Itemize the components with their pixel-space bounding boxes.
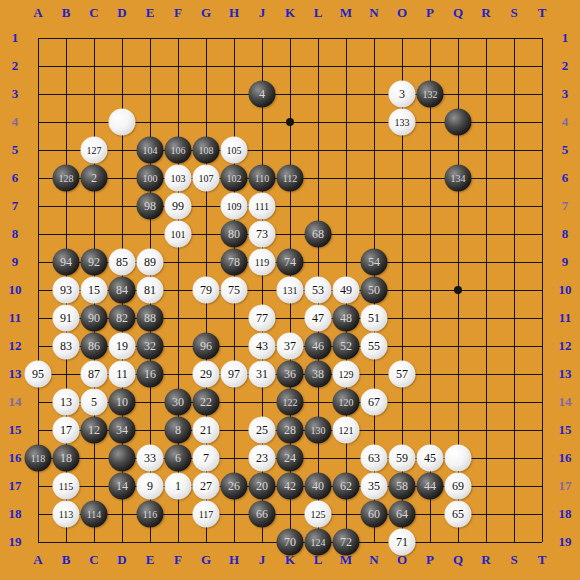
stone-F8: 101 bbox=[165, 221, 192, 248]
stone-F5: 106 bbox=[165, 137, 192, 164]
stone-Q17: 69 bbox=[445, 473, 472, 500]
row-label-right-1[interactable]: 1 bbox=[552, 30, 578, 46]
stone-H6: 102 bbox=[221, 165, 248, 192]
stone-O3: 3 bbox=[389, 81, 416, 108]
row-label-left-5[interactable]: 5 bbox=[2, 142, 28, 158]
stone-J12: 43 bbox=[249, 333, 276, 360]
stone-B17: 115 bbox=[53, 473, 80, 500]
stone-N9: 54 bbox=[361, 249, 388, 276]
stone-G15: 21 bbox=[193, 417, 220, 444]
stone-L15: 130 bbox=[305, 417, 332, 444]
stone-O16: 59 bbox=[389, 445, 416, 472]
stone-Q6: 134 bbox=[445, 165, 472, 192]
stone-E10: 81 bbox=[137, 277, 164, 304]
row-label-right-13[interactable]: 13 bbox=[552, 366, 578, 382]
stone-G13: 29 bbox=[193, 361, 220, 388]
row-label-right-19[interactable]: 19 bbox=[552, 534, 578, 550]
stone-G14: 22 bbox=[193, 389, 220, 416]
stone-J3: 4 bbox=[249, 81, 276, 108]
stone-A13: 95 bbox=[25, 361, 52, 388]
stone-L13: 38 bbox=[305, 361, 332, 388]
stone-L8: 68 bbox=[305, 221, 332, 248]
stone-O18: 64 bbox=[389, 501, 416, 528]
stone-C18: 114 bbox=[81, 501, 108, 528]
stone-G18: 117 bbox=[193, 501, 220, 528]
row-label-right-11[interactable]: 11 bbox=[552, 310, 578, 326]
row-label-right-12[interactable]: 12 bbox=[552, 338, 578, 354]
stone-H7: 109 bbox=[221, 193, 248, 220]
row-label-left-4[interactable]: 4 bbox=[2, 114, 28, 130]
stone-D11: 82 bbox=[109, 305, 136, 332]
stone-K16: 24 bbox=[277, 445, 304, 472]
row-label-right-2[interactable]: 2 bbox=[552, 58, 578, 74]
stone-N12: 55 bbox=[361, 333, 388, 360]
stone-L10: 53 bbox=[305, 277, 332, 304]
stone-J13: 31 bbox=[249, 361, 276, 388]
row-label-right-6[interactable]: 6 bbox=[552, 170, 578, 186]
stone-J8: 73 bbox=[249, 221, 276, 248]
column-label-bottom-N[interactable]: N bbox=[361, 552, 387, 568]
row-label-right-18[interactable]: 18 bbox=[552, 506, 578, 522]
row-label-left-9[interactable]: 9 bbox=[2, 254, 28, 270]
stone-B12: 83 bbox=[53, 333, 80, 360]
stone-N10: 50 bbox=[361, 277, 388, 304]
stone-F15: 8 bbox=[165, 417, 192, 444]
stone-J17: 20 bbox=[249, 473, 276, 500]
row-label-right-15[interactable]: 15 bbox=[552, 422, 578, 438]
stone-L11: 47 bbox=[305, 305, 332, 332]
column-label-top-S[interactable]: S bbox=[501, 5, 527, 21]
star-point-Q10 bbox=[454, 286, 462, 294]
column-label-top-M[interactable]: M bbox=[333, 5, 359, 21]
stone-E17: 9 bbox=[137, 473, 164, 500]
stone-J11: 77 bbox=[249, 305, 276, 332]
column-label-top-G[interactable]: G bbox=[193, 5, 219, 21]
stone-O13: 57 bbox=[389, 361, 416, 388]
column-label-bottom-D[interactable]: D bbox=[109, 552, 135, 568]
column-label-bottom-E[interactable]: E bbox=[137, 552, 163, 568]
stone-B16: 18 bbox=[53, 445, 80, 472]
stone-H17: 26 bbox=[221, 473, 248, 500]
row-label-right-5[interactable]: 5 bbox=[552, 142, 578, 158]
row-label-left-18[interactable]: 18 bbox=[2, 506, 28, 522]
stone-C13: 87 bbox=[81, 361, 108, 388]
stone-N16: 63 bbox=[361, 445, 388, 472]
row-label-right-4[interactable]: 4 bbox=[552, 114, 578, 130]
stone-B10: 93 bbox=[53, 277, 80, 304]
stone-H5: 105 bbox=[221, 137, 248, 164]
stone-P3: 132 bbox=[417, 81, 444, 108]
stone-F7: 99 bbox=[165, 193, 192, 220]
stone-B15: 17 bbox=[53, 417, 80, 444]
column-label-top-Q[interactable]: Q bbox=[445, 5, 471, 21]
row-label-left-14[interactable]: 14 bbox=[2, 394, 28, 410]
column-label-top-H[interactable]: H bbox=[221, 5, 247, 21]
stone-O19: 71 bbox=[389, 529, 416, 556]
stone-Q4 bbox=[445, 109, 472, 136]
column-label-top-K[interactable]: K bbox=[277, 5, 303, 21]
row-label-left-12[interactable]: 12 bbox=[2, 338, 28, 354]
stone-J9: 119 bbox=[249, 249, 276, 276]
column-label-top-F[interactable]: F bbox=[165, 5, 191, 21]
stone-C6: 2 bbox=[81, 165, 108, 192]
stone-O17: 58 bbox=[389, 473, 416, 500]
stone-L19: 124 bbox=[305, 529, 332, 556]
stone-E11: 88 bbox=[137, 305, 164, 332]
stone-M11: 48 bbox=[333, 305, 360, 332]
stone-M12: 52 bbox=[333, 333, 360, 360]
stone-E13: 16 bbox=[137, 361, 164, 388]
stone-K17: 42 bbox=[277, 473, 304, 500]
column-label-bottom-B[interactable]: B bbox=[53, 552, 79, 568]
column-label-top-R[interactable]: R bbox=[473, 5, 499, 21]
column-label-top-C[interactable]: C bbox=[81, 5, 107, 21]
stone-J18: 66 bbox=[249, 501, 276, 528]
stone-D10: 84 bbox=[109, 277, 136, 304]
column-label-top-D[interactable]: D bbox=[109, 5, 135, 21]
stone-K10: 131 bbox=[277, 277, 304, 304]
stone-C10: 15 bbox=[81, 277, 108, 304]
column-label-bottom-F[interactable]: F bbox=[165, 552, 191, 568]
row-label-left-11[interactable]: 11 bbox=[2, 310, 28, 326]
column-label-bottom-Q[interactable]: Q bbox=[445, 552, 471, 568]
column-label-bottom-R[interactable]: R bbox=[473, 552, 499, 568]
column-label-bottom-J[interactable]: J bbox=[249, 552, 275, 568]
stone-E5: 104 bbox=[137, 137, 164, 164]
column-label-top-P[interactable]: P bbox=[417, 5, 443, 21]
stone-B6: 128 bbox=[53, 165, 80, 192]
stone-D17: 14 bbox=[109, 473, 136, 500]
stone-L18: 125 bbox=[305, 501, 332, 528]
stone-B18: 113 bbox=[53, 501, 80, 528]
stone-G6: 107 bbox=[193, 165, 220, 192]
column-label-bottom-A[interactable]: A bbox=[25, 552, 51, 568]
stone-M10: 49 bbox=[333, 277, 360, 304]
stone-C12: 86 bbox=[81, 333, 108, 360]
column-label-bottom-P[interactable]: P bbox=[417, 552, 443, 568]
star-point-K4 bbox=[286, 118, 294, 126]
stone-J16: 23 bbox=[249, 445, 276, 472]
stone-G5: 108 bbox=[193, 137, 220, 164]
stone-G12: 96 bbox=[193, 333, 220, 360]
stone-M13: 129 bbox=[333, 361, 360, 388]
column-label-top-O[interactable]: O bbox=[389, 5, 415, 21]
stone-B9: 94 bbox=[53, 249, 80, 276]
row-label-left-15[interactable]: 15 bbox=[2, 422, 28, 438]
row-label-right-14[interactable]: 14 bbox=[552, 394, 578, 410]
column-label-top-J[interactable]: J bbox=[249, 5, 275, 21]
stone-F6: 103 bbox=[165, 165, 192, 192]
stone-D13: 11 bbox=[109, 361, 136, 388]
column-label-bottom-G[interactable]: G bbox=[193, 552, 219, 568]
stone-P17: 44 bbox=[417, 473, 444, 500]
stone-K6: 112 bbox=[277, 165, 304, 192]
column-label-top-E[interactable]: E bbox=[137, 5, 163, 21]
stone-G16: 7 bbox=[193, 445, 220, 472]
column-label-top-N[interactable]: N bbox=[361, 5, 387, 21]
stone-K13: 36 bbox=[277, 361, 304, 388]
stone-Q16 bbox=[445, 445, 472, 472]
stone-K19: 70 bbox=[277, 529, 304, 556]
stone-J7: 111 bbox=[249, 193, 276, 220]
row-label-right-8[interactable]: 8 bbox=[552, 226, 578, 242]
row-label-right-7[interactable]: 7 bbox=[552, 198, 578, 214]
stone-K14: 122 bbox=[277, 389, 304, 416]
column-label-bottom-H[interactable]: H bbox=[221, 552, 247, 568]
stone-A16: 118 bbox=[25, 445, 52, 472]
stone-D12: 19 bbox=[109, 333, 136, 360]
column-label-bottom-T[interactable]: T bbox=[529, 552, 555, 568]
stone-E9: 89 bbox=[137, 249, 164, 276]
stone-N17: 35 bbox=[361, 473, 388, 500]
column-label-top-L[interactable]: L bbox=[305, 5, 331, 21]
stone-K15: 28 bbox=[277, 417, 304, 444]
stone-D4 bbox=[109, 109, 136, 136]
row-label-left-17[interactable]: 17 bbox=[2, 478, 28, 494]
stone-M15: 121 bbox=[333, 417, 360, 444]
stone-K12: 37 bbox=[277, 333, 304, 360]
row-label-left-6[interactable]: 6 bbox=[2, 170, 28, 186]
row-label-right-16[interactable]: 16 bbox=[552, 450, 578, 466]
stone-Q18: 65 bbox=[445, 501, 472, 528]
stone-F17: 1 bbox=[165, 473, 192, 500]
column-label-bottom-S[interactable]: S bbox=[501, 552, 527, 568]
stone-O4: 133 bbox=[389, 109, 416, 136]
stone-H10: 75 bbox=[221, 277, 248, 304]
row-label-left-19[interactable]: 19 bbox=[2, 534, 28, 550]
stone-D14: 10 bbox=[109, 389, 136, 416]
column-label-top-B[interactable]: B bbox=[53, 5, 79, 21]
stone-L17: 40 bbox=[305, 473, 332, 500]
column-label-top-T[interactable]: T bbox=[529, 5, 555, 21]
stone-K9: 74 bbox=[277, 249, 304, 276]
stone-F16: 6 bbox=[165, 445, 192, 472]
stone-F14: 30 bbox=[165, 389, 192, 416]
stone-H8: 80 bbox=[221, 221, 248, 248]
row-label-right-9[interactable]: 9 bbox=[552, 254, 578, 270]
go-board-diagram: AABBCCDDEEFFGGHHJJKKLLMMNNOOPPQQRRSSTT11… bbox=[0, 0, 580, 580]
stone-J6: 110 bbox=[249, 165, 276, 192]
stone-B11: 91 bbox=[53, 305, 80, 332]
stone-D9: 85 bbox=[109, 249, 136, 276]
column-label-bottom-C[interactable]: C bbox=[81, 552, 107, 568]
stone-E6: 100 bbox=[137, 165, 164, 192]
stone-E12: 32 bbox=[137, 333, 164, 360]
stone-N18: 60 bbox=[361, 501, 388, 528]
stone-B14: 13 bbox=[53, 389, 80, 416]
row-label-left-2[interactable]: 2 bbox=[2, 58, 28, 74]
stone-M14: 120 bbox=[333, 389, 360, 416]
row-label-left-8[interactable]: 8 bbox=[2, 226, 28, 242]
stone-H13: 97 bbox=[221, 361, 248, 388]
stone-C15: 12 bbox=[81, 417, 108, 444]
row-label-right-10[interactable]: 10 bbox=[552, 282, 578, 298]
stone-E18: 116 bbox=[137, 501, 164, 528]
stone-H9: 78 bbox=[221, 249, 248, 276]
stone-E7: 98 bbox=[137, 193, 164, 220]
stone-P16: 45 bbox=[417, 445, 444, 472]
row-label-left-7[interactable]: 7 bbox=[2, 198, 28, 214]
stone-C5: 127 bbox=[81, 137, 108, 164]
stone-D15: 34 bbox=[109, 417, 136, 444]
stone-L12: 46 bbox=[305, 333, 332, 360]
stone-C9: 92 bbox=[81, 249, 108, 276]
row-label-left-10[interactable]: 10 bbox=[2, 282, 28, 298]
stone-N11: 51 bbox=[361, 305, 388, 332]
row-label-right-3[interactable]: 3 bbox=[552, 86, 578, 102]
stone-M19: 72 bbox=[333, 529, 360, 556]
row-label-left-3[interactable]: 3 bbox=[2, 86, 28, 102]
stone-C14: 5 bbox=[81, 389, 108, 416]
stone-N14: 67 bbox=[361, 389, 388, 416]
stone-M17: 62 bbox=[333, 473, 360, 500]
stone-G17: 27 bbox=[193, 473, 220, 500]
stone-J15: 25 bbox=[249, 417, 276, 444]
stone-E16: 33 bbox=[137, 445, 164, 472]
stone-C11: 90 bbox=[81, 305, 108, 332]
row-label-right-17[interactable]: 17 bbox=[552, 478, 578, 494]
row-label-left-1[interactable]: 1 bbox=[2, 30, 28, 46]
column-label-top-A[interactable]: A bbox=[25, 5, 51, 21]
stone-D16 bbox=[109, 445, 136, 472]
stone-G10: 79 bbox=[193, 277, 220, 304]
